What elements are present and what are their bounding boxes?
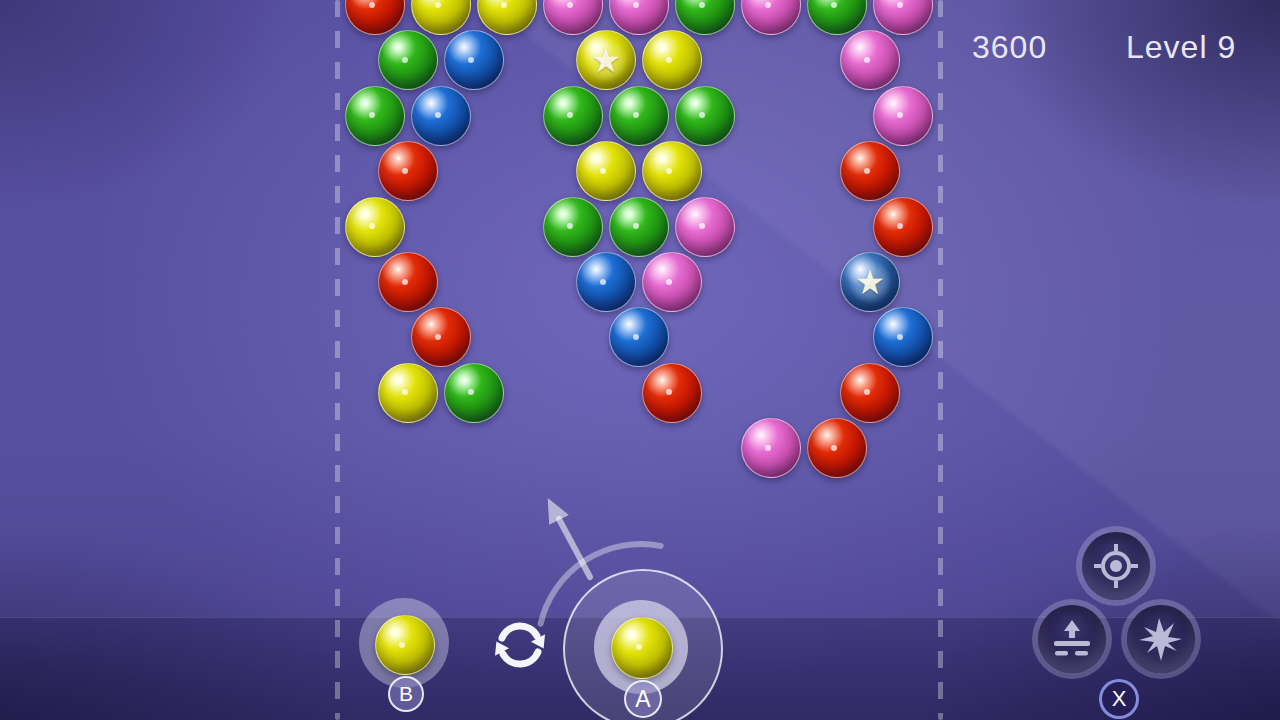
bomb-burst-button[interactable] [1127, 605, 1195, 673]
game-stage: ★★ B A 3600 Level 9 [0, 0, 1280, 720]
current-bubble-label: A [624, 680, 662, 718]
bubble-yellow-star: ★ [576, 30, 636, 90]
bubble-green [675, 86, 735, 146]
bubble-green [609, 86, 669, 146]
next-bubble[interactable] [375, 615, 435, 675]
bubble-yellow [345, 197, 405, 257]
bubble-red [873, 197, 933, 257]
bubble-red [411, 307, 471, 367]
bubble-pink [840, 30, 900, 90]
bubble-green [378, 30, 438, 90]
crosshair-target-icon [1091, 541, 1141, 591]
right-wall-dashed-line [938, 0, 943, 720]
bubble-navy-star: ★ [840, 252, 900, 312]
bubble-yellow [642, 30, 702, 90]
aim-target-button[interactable] [1082, 532, 1150, 600]
bubble-pink [642, 252, 702, 312]
bubble-green [543, 197, 603, 257]
floor-raise-icon [1047, 614, 1097, 664]
bubble-green [609, 197, 669, 257]
starburst-icon [1136, 614, 1186, 664]
floor-raise-button[interactable] [1038, 605, 1106, 673]
bubble-pink [675, 197, 735, 257]
bubble-red [642, 363, 702, 423]
bubble-blue [873, 307, 933, 367]
bubble-green [444, 363, 504, 423]
bubble-blue [576, 252, 636, 312]
level-label: Level 9 [1126, 29, 1236, 66]
bubble-red [378, 252, 438, 312]
current-bubble[interactable] [611, 617, 673, 679]
bubble-green [543, 86, 603, 146]
bubble-yellow [576, 141, 636, 201]
star-icon: ★ [584, 38, 628, 82]
bubble-blue [444, 30, 504, 90]
bubble-yellow [642, 141, 702, 201]
bubble-pink [873, 86, 933, 146]
bubble-red [840, 363, 900, 423]
bubble-yellow [378, 363, 438, 423]
bubble-red [840, 141, 900, 201]
bubble-blue [609, 307, 669, 367]
star-icon: ★ [848, 260, 892, 304]
bubble-red [807, 418, 867, 478]
bubble-green [345, 86, 405, 146]
bubble-blue [411, 86, 471, 146]
bubble-red [378, 141, 438, 201]
swap-arrows-icon[interactable] [484, 609, 556, 681]
next-bubble-label: B [388, 676, 424, 712]
score-value: 3600 [972, 29, 1047, 66]
bubble-pink [741, 418, 801, 478]
powerup-count-label: X [1099, 679, 1139, 719]
